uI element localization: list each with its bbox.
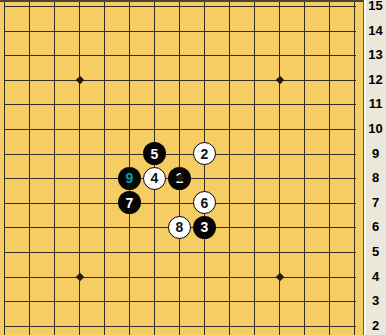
- row-label-4: 4: [364, 269, 386, 285]
- coordinate-panel: 15141312111098765432: [363, 0, 386, 335]
- intersection-F8[interactable]: 9: [117, 166, 142, 191]
- star-point-icon: [275, 272, 283, 280]
- star-point-icon: [75, 272, 83, 280]
- stone-black-3: 3: [193, 216, 216, 239]
- intersection-G9[interactable]: 5: [142, 141, 167, 166]
- stone-black-9: 9: [118, 167, 141, 190]
- stone-black-5: 5: [143, 142, 166, 165]
- intersection-G8[interactable]: 4: [142, 166, 167, 191]
- go-board-grid[interactable]: 123456789: [0, 0, 367, 335]
- row-label-13: 13: [364, 47, 386, 63]
- star-point-12-12: [267, 67, 292, 92]
- intersection-J7[interactable]: 6: [192, 190, 217, 215]
- row-label-3: 3: [364, 293, 386, 309]
- stone-black-7: 7: [118, 191, 141, 214]
- window-top-edge: [0, 0, 363, 2]
- row-label-10: 10: [364, 121, 386, 137]
- intersection-J9[interactable]: 2: [192, 141, 217, 166]
- row-label-2: 2: [364, 318, 386, 334]
- star-point-4-12: [67, 67, 92, 92]
- row-label-6: 6: [364, 219, 386, 235]
- stone-white-4: 4: [143, 167, 166, 190]
- star-point-icon: [75, 76, 83, 84]
- stone-white-2: 2: [193, 142, 216, 165]
- row-label-8: 8: [364, 170, 386, 186]
- row-label-5: 5: [364, 244, 386, 260]
- intersection-F7[interactable]: 7: [117, 190, 142, 215]
- row-label-15: 15: [364, 0, 386, 14]
- go-board-window: 123456789 15141312111098765432: [0, 0, 386, 335]
- row-label-14: 14: [364, 23, 386, 39]
- intersection-H6[interactable]: 8: [167, 215, 192, 240]
- star-point-4-4: [67, 264, 92, 289]
- row-label-7: 7: [364, 195, 386, 211]
- row-label-9: 9: [364, 146, 386, 162]
- row-label-12: 12: [364, 72, 386, 88]
- stone-white-6: 6: [193, 191, 216, 214]
- star-point-12-4: [267, 264, 292, 289]
- star-point-icon: [275, 76, 283, 84]
- row-label-11: 11: [364, 96, 386, 112]
- intersection-J6[interactable]: 3: [192, 215, 217, 240]
- stone-white-8: 8: [168, 216, 191, 239]
